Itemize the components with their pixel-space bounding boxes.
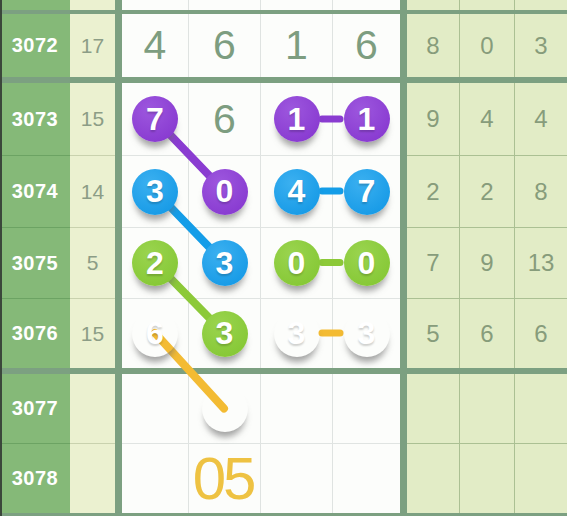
right-stat-cell: 8 [514, 155, 567, 227]
issue-number: 3078 [12, 467, 59, 490]
number-ball-purple: 1 [274, 96, 320, 142]
issue-number-cell: 3072 [0, 14, 70, 77]
partial-cell [260, 0, 332, 10]
digit-cell: 6 [188, 83, 260, 155]
right-stat-cell [407, 443, 459, 513]
issue-number-cell: 3075 [0, 227, 70, 298]
right-stat-value: 13 [528, 249, 555, 277]
partial-cell [407, 0, 459, 10]
right-stat-value: 4 [534, 105, 547, 133]
trend-grid: 3072174616803307315761194430741430472283… [0, 0, 567, 516]
right-stat-value: 7 [426, 249, 439, 277]
digit-cell: 0 [332, 227, 400, 298]
partial-cell [459, 0, 514, 10]
stat-value: 17 [81, 34, 104, 58]
grid-border [400, 155, 407, 227]
ball-digit: 2 [146, 245, 164, 282]
ball-digit: 3 [216, 245, 234, 282]
ball-digit: 0 [216, 173, 234, 210]
ball-digit: 7 [146, 101, 164, 138]
digit-cell: 0 [188, 155, 260, 227]
digit-cell [260, 443, 332, 513]
digit-cell: 3 [188, 227, 260, 298]
right-stat-cell: 3 [514, 14, 567, 77]
right-stat-value: 8 [534, 178, 547, 206]
digit-cell: 1 [260, 14, 332, 77]
right-stat-cell: 4 [459, 83, 514, 155]
issue-number-cell: 3073 [0, 83, 70, 155]
stat-cell: 15 [70, 83, 115, 155]
right-stat-cell: 2 [407, 155, 459, 227]
issue-number-cell: 3078 [0, 443, 70, 513]
partial-cell [332, 0, 400, 10]
number-ball-blue: 4 [274, 169, 320, 215]
right-stat-cell: 13 [514, 227, 567, 298]
stat-cell [70, 443, 115, 513]
digit-cell: 3 [332, 298, 400, 368]
issue-number: 3073 [12, 108, 59, 131]
right-stat-cell: 7 [407, 227, 459, 298]
ball-digit: 7 [358, 173, 376, 210]
number-ball-green: 0 [274, 240, 320, 286]
ball-digit: 3 [216, 315, 234, 352]
number-ball-green: 0 [344, 240, 390, 286]
stat-cell [70, 374, 115, 443]
digit-cell: 2 [122, 227, 188, 298]
lottery-trend-chart: 3072174616803307315761194430741430472283… [0, 0, 567, 516]
digit-cell: 4 [122, 14, 188, 77]
stat-value: 15 [81, 107, 104, 131]
right-stat-value: 9 [480, 249, 493, 277]
ball-digit: 4 [288, 173, 306, 210]
ball-digit: 6 [146, 315, 164, 352]
digit-cell: 6 [332, 14, 400, 77]
grid-border [115, 227, 122, 298]
grid-border [115, 298, 122, 368]
grid-border [115, 443, 122, 513]
partial-cell [0, 0, 70, 10]
number-ball-yellow: 3 [274, 311, 320, 357]
issue-number: 3076 [12, 322, 59, 345]
digit-cell: 05 [188, 443, 260, 513]
stat-value: 5 [87, 251, 99, 275]
digit-cell [260, 374, 332, 443]
digit-cell: 1 [332, 83, 400, 155]
right-stat-cell: 0 [459, 14, 514, 77]
grid-border [115, 374, 122, 443]
digit-cell [122, 374, 188, 443]
issue-row-3073: 3073157611944 [0, 83, 567, 155]
number-ball-blue: 7 [344, 169, 390, 215]
digit-cell [122, 443, 188, 513]
right-stat-cell [514, 443, 567, 513]
grid-border [115, 83, 122, 155]
issue-row-3077: 3077 [0, 374, 567, 443]
right-stat-value: 2 [426, 178, 439, 206]
right-stat-cell: 2 [459, 155, 514, 227]
grid-border [400, 83, 407, 155]
number-ball-green: 2 [132, 240, 178, 286]
right-stat-cell [459, 443, 514, 513]
issue-number: 3075 [12, 252, 59, 275]
ball-digit: 3 [358, 315, 376, 352]
right-stat-cell: 8 [407, 14, 459, 77]
right-stat-value: 3 [534, 32, 547, 60]
plain-digit: 4 [144, 22, 167, 69]
ball-digit: 1 [358, 101, 376, 138]
digit-cell: 0 [260, 227, 332, 298]
plain-digit: 6 [355, 22, 378, 69]
right-stat-value: 9 [426, 105, 439, 133]
digit-cell: 6 [188, 14, 260, 77]
number-ball-purple: 7 [132, 96, 178, 142]
partial-cell [514, 0, 567, 10]
number-ball-yellow: 3 [344, 311, 390, 357]
digit-cell [332, 374, 400, 443]
right-stat-cell: 9 [407, 83, 459, 155]
right-stat-cell: 6 [514, 298, 567, 368]
plain-digit: 6 [213, 96, 236, 143]
digit-cell: 3 [122, 155, 188, 227]
grid-border [400, 0, 407, 10]
digit-cell: 3 [188, 298, 260, 368]
right-stat-cell: 9 [459, 227, 514, 298]
right-stat-value: 6 [534, 320, 547, 348]
right-stat-value: 2 [480, 178, 493, 206]
right-stat-value: 6 [480, 320, 493, 348]
digit-cell [332, 443, 400, 513]
left-edge-border [0, 0, 2, 516]
stat-cell: 15 [70, 298, 115, 368]
issue-row-3076: 3076156333566 [0, 298, 567, 368]
number-ball-yellow: 6 [132, 311, 178, 357]
digit-cell: 4 [260, 155, 332, 227]
plain-digit: 6 [213, 22, 236, 69]
grid-border [115, 0, 122, 10]
digit-cell: 7 [332, 155, 400, 227]
grid-border [400, 374, 407, 443]
right-stat-value: 0 [480, 32, 493, 60]
partial-cell [122, 0, 188, 10]
stat-cell: 17 [70, 14, 115, 77]
right-stat-cell [407, 374, 459, 443]
right-stat-cell [514, 374, 567, 443]
issue-number-cell: 3076 [0, 298, 70, 368]
issue-row-3074: 3074143047228 [0, 155, 567, 227]
right-stat-value: 4 [480, 105, 493, 133]
issue-number: 3077 [12, 397, 59, 420]
issue-number: 3074 [12, 180, 59, 203]
plain-digit: 1 [285, 22, 308, 69]
grid-border [400, 14, 407, 77]
stat-cell: 5 [70, 227, 115, 298]
stat-value: 14 [81, 180, 104, 204]
issue-row-3075: 3075523007913 [0, 227, 567, 298]
number-ball-purple: 1 [344, 96, 390, 142]
issue-row-3072: 3072174616803 [0, 14, 567, 77]
ball-digit: 3 [146, 173, 164, 210]
stat-cell: 14 [70, 155, 115, 227]
ball-digit: 0 [358, 245, 376, 282]
partial-top-row [0, 0, 567, 10]
right-stat-cell: 4 [514, 83, 567, 155]
grid-border [115, 14, 122, 77]
partial-cell [188, 0, 260, 10]
prediction-ball-yellow [202, 386, 248, 432]
digit-cell: 1 [260, 83, 332, 155]
right-stat-cell: 6 [459, 298, 514, 368]
digit-cell [188, 374, 260, 443]
ball-digit: 1 [288, 101, 306, 138]
digit-cell: 7 [122, 83, 188, 155]
ball-digit: 3 [288, 315, 306, 352]
right-stat-cell: 5 [407, 298, 459, 368]
number-ball-blue: 3 [202, 240, 248, 286]
number-ball-green: 3 [202, 311, 248, 357]
number-ball-blue: 3 [132, 169, 178, 215]
issue-number: 3072 [12, 34, 59, 57]
right-stat-value: 8 [426, 32, 439, 60]
right-stat-value: 5 [426, 320, 439, 348]
grid-border [400, 298, 407, 368]
issue-row-3078: 307805 [0, 443, 567, 513]
issue-number-cell: 3077 [0, 374, 70, 443]
issue-number-cell: 3074 [0, 155, 70, 227]
ball-digit: 0 [288, 245, 306, 282]
digit-cell: 6 [122, 298, 188, 368]
grid-border [115, 155, 122, 227]
stat-value: 15 [81, 322, 104, 346]
number-ball-purple: 0 [202, 169, 248, 215]
grid-border [400, 227, 407, 298]
predicted-number: 05 [193, 449, 257, 509]
grid-border [400, 443, 407, 513]
digit-cell: 3 [260, 298, 332, 368]
right-stat-cell [459, 374, 514, 443]
partial-cell [70, 0, 115, 10]
